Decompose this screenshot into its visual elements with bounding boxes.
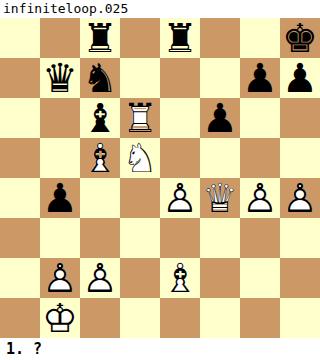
piece-white-pawn-fill: ♟ bbox=[80, 258, 120, 298]
square-h3[interactable] bbox=[280, 218, 320, 258]
square-a8[interactable] bbox=[0, 18, 40, 58]
square-e3[interactable] bbox=[160, 218, 200, 258]
piece-black-pawn[interactable]: ♟ bbox=[40, 178, 80, 218]
square-d4[interactable] bbox=[120, 178, 160, 218]
chess-app-window: infiniteloop.025 ♜♜♚♛♞♟♟♝♜♖♟♝♗♞♘♟♟♙♛♕♟♙♟… bbox=[0, 0, 320, 360]
square-c8[interactable]: ♜ bbox=[80, 18, 120, 58]
square-g1[interactable] bbox=[240, 298, 280, 338]
square-c4[interactable] bbox=[80, 178, 120, 218]
piece-white-queen-fill: ♛ bbox=[200, 178, 240, 218]
square-f4[interactable]: ♛♕ bbox=[200, 178, 240, 218]
piece-white-knight-fill: ♞ bbox=[120, 138, 160, 178]
piece-white-pawn-fill: ♟ bbox=[280, 178, 320, 218]
square-b5[interactable] bbox=[40, 138, 80, 178]
piece-white-knight[interactable]: ♘ bbox=[120, 138, 160, 178]
piece-white-king[interactable]: ♔ bbox=[40, 298, 80, 338]
square-h8[interactable]: ♚ bbox=[280, 18, 320, 58]
square-d2[interactable] bbox=[120, 258, 160, 298]
square-b6[interactable] bbox=[40, 98, 80, 138]
square-e7[interactable] bbox=[160, 58, 200, 98]
square-h4[interactable]: ♟♙ bbox=[280, 178, 320, 218]
piece-white-rook-fill: ♜ bbox=[120, 98, 160, 138]
square-h6[interactable] bbox=[280, 98, 320, 138]
square-a2[interactable] bbox=[0, 258, 40, 298]
square-e5[interactable] bbox=[160, 138, 200, 178]
piece-white-king-fill: ♚ bbox=[40, 298, 80, 338]
piece-black-pawn[interactable]: ♟ bbox=[200, 98, 240, 138]
square-b8[interactable] bbox=[40, 18, 80, 58]
square-d8[interactable] bbox=[120, 18, 160, 58]
square-h2[interactable] bbox=[280, 258, 320, 298]
square-f8[interactable] bbox=[200, 18, 240, 58]
square-b2[interactable]: ♟♙ bbox=[40, 258, 80, 298]
piece-black-queen[interactable]: ♛ bbox=[40, 58, 80, 98]
piece-white-pawn-fill: ♟ bbox=[240, 178, 280, 218]
square-c5[interactable]: ♝♗ bbox=[80, 138, 120, 178]
piece-white-bishop-fill: ♝ bbox=[80, 138, 120, 178]
piece-white-pawn[interactable]: ♙ bbox=[40, 258, 80, 298]
piece-white-pawn-fill: ♟ bbox=[160, 178, 200, 218]
square-d3[interactable] bbox=[120, 218, 160, 258]
square-g3[interactable] bbox=[240, 218, 280, 258]
piece-white-pawn[interactable]: ♙ bbox=[160, 178, 200, 218]
window-title: infiniteloop.025 bbox=[0, 0, 320, 18]
square-a6[interactable] bbox=[0, 98, 40, 138]
square-b4[interactable]: ♟ bbox=[40, 178, 80, 218]
square-h1[interactable] bbox=[280, 298, 320, 338]
piece-white-bishop[interactable]: ♗ bbox=[160, 258, 200, 298]
square-f7[interactable] bbox=[200, 58, 240, 98]
piece-white-queen[interactable]: ♕ bbox=[200, 178, 240, 218]
square-b1[interactable]: ♚♔ bbox=[40, 298, 80, 338]
square-a4[interactable] bbox=[0, 178, 40, 218]
square-g4[interactable]: ♟♙ bbox=[240, 178, 280, 218]
square-f3[interactable] bbox=[200, 218, 240, 258]
square-e8[interactable]: ♜ bbox=[160, 18, 200, 58]
piece-black-king[interactable]: ♚ bbox=[280, 18, 320, 58]
square-e6[interactable] bbox=[160, 98, 200, 138]
square-c1[interactable] bbox=[80, 298, 120, 338]
piece-black-pawn[interactable]: ♟ bbox=[280, 58, 320, 98]
square-g7[interactable]: ♟ bbox=[240, 58, 280, 98]
square-b7[interactable]: ♛ bbox=[40, 58, 80, 98]
piece-white-pawn[interactable]: ♙ bbox=[240, 178, 280, 218]
piece-white-bishop-fill: ♝ bbox=[160, 258, 200, 298]
square-f6[interactable]: ♟ bbox=[200, 98, 240, 138]
piece-white-rook[interactable]: ♖ bbox=[120, 98, 160, 138]
square-d6[interactable]: ♜♖ bbox=[120, 98, 160, 138]
square-e2[interactable]: ♝♗ bbox=[160, 258, 200, 298]
piece-black-bishop[interactable]: ♝ bbox=[80, 98, 120, 138]
square-h5[interactable] bbox=[280, 138, 320, 178]
piece-black-knight[interactable]: ♞ bbox=[80, 58, 120, 98]
piece-black-rook[interactable]: ♜ bbox=[80, 18, 120, 58]
square-f2[interactable] bbox=[200, 258, 240, 298]
move-prompt: 1. ? bbox=[0, 338, 320, 360]
square-f5[interactable] bbox=[200, 138, 240, 178]
square-g6[interactable] bbox=[240, 98, 280, 138]
square-a1[interactable] bbox=[0, 298, 40, 338]
piece-white-pawn-fill: ♟ bbox=[40, 258, 80, 298]
square-f1[interactable] bbox=[200, 298, 240, 338]
square-g8[interactable] bbox=[240, 18, 280, 58]
square-e1[interactable] bbox=[160, 298, 200, 338]
square-a7[interactable] bbox=[0, 58, 40, 98]
piece-white-bishop[interactable]: ♗ bbox=[80, 138, 120, 178]
square-c7[interactable]: ♞ bbox=[80, 58, 120, 98]
square-c3[interactable] bbox=[80, 218, 120, 258]
square-g2[interactable] bbox=[240, 258, 280, 298]
piece-white-pawn[interactable]: ♙ bbox=[280, 178, 320, 218]
square-a5[interactable] bbox=[0, 138, 40, 178]
square-c6[interactable]: ♝ bbox=[80, 98, 120, 138]
square-b3[interactable] bbox=[40, 218, 80, 258]
square-d1[interactable] bbox=[120, 298, 160, 338]
chess-board: ♜♜♚♛♞♟♟♝♜♖♟♝♗♞♘♟♟♙♛♕♟♙♟♙♟♙♟♙♝♗♚♔ bbox=[0, 18, 320, 338]
square-h7[interactable]: ♟ bbox=[280, 58, 320, 98]
square-d5[interactable]: ♞♘ bbox=[120, 138, 160, 178]
piece-white-pawn[interactable]: ♙ bbox=[80, 258, 120, 298]
square-e4[interactable]: ♟♙ bbox=[160, 178, 200, 218]
square-g5[interactable] bbox=[240, 138, 280, 178]
piece-black-pawn[interactable]: ♟ bbox=[240, 58, 280, 98]
piece-black-rook[interactable]: ♜ bbox=[160, 18, 200, 58]
square-d7[interactable] bbox=[120, 58, 160, 98]
square-a3[interactable] bbox=[0, 218, 40, 258]
square-c2[interactable]: ♟♙ bbox=[80, 258, 120, 298]
